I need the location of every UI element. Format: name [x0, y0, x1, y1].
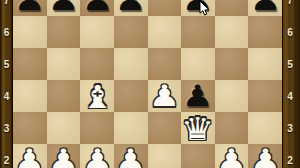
- square-h6[interactable]: [248, 16, 282, 48]
- white-pawn-glyph: ♟: [149, 79, 180, 114]
- square-f6[interactable]: [181, 16, 215, 48]
- white-pawn-glyph: ♟: [14, 143, 45, 168]
- white-pawn-glyph: ♟: [216, 143, 247, 168]
- white-pawn-d2[interactable]: ♟: [114, 144, 148, 168]
- square-g4[interactable]: [215, 80, 249, 112]
- rank-label-3-right: 3: [284, 124, 296, 134]
- white-bishop-c4[interactable]: ♝: [80, 80, 114, 112]
- rank-label-4-left: 4: [0, 92, 13, 102]
- white-pawn-h2[interactable]: ♟: [248, 144, 282, 168]
- mouse-arrow-cursor: [199, 1, 211, 17]
- square-g5[interactable]: [215, 48, 249, 80]
- white-pawn-glyph: ♟: [48, 143, 79, 168]
- square-b5[interactable]: [47, 48, 81, 80]
- square-e2[interactable]: [148, 144, 182, 168]
- black-pawn-glyph: ♟: [249, 0, 280, 17]
- black-pawn-d7[interactable]: ♟: [114, 0, 148, 16]
- square-d4[interactable]: [114, 80, 148, 112]
- white-pawn-e4[interactable]: ♟: [148, 80, 182, 112]
- black-pawn-c7[interactable]: ♟: [80, 0, 114, 16]
- square-d6[interactable]: [114, 16, 148, 48]
- black-pawn-glyph: ♟: [14, 0, 45, 17]
- square-f2[interactable]: [181, 144, 215, 168]
- white-pawn-g2[interactable]: ♟: [215, 144, 249, 168]
- square-g6[interactable]: [215, 16, 249, 48]
- black-pawn-glyph: ♟: [182, 79, 213, 114]
- square-h5[interactable]: [248, 48, 282, 80]
- square-g3[interactable]: [215, 112, 249, 144]
- rank-label-7-left: 7: [0, 0, 13, 6]
- board-border-left: 765432: [0, 0, 13, 168]
- rank-label-2-left: 2: [0, 156, 13, 166]
- rank-label-4-right: 4: [284, 92, 296, 102]
- rank-label-5-right: 5: [284, 60, 296, 70]
- square-b3[interactable]: [47, 112, 81, 144]
- black-pawn-f4[interactable]: ♟: [181, 80, 215, 112]
- square-e5[interactable]: [148, 48, 182, 80]
- white-queen-glyph: ♛: [181, 110, 215, 147]
- square-c6[interactable]: [80, 16, 114, 48]
- square-e7[interactable]: [148, 0, 182, 16]
- square-a4[interactable]: [13, 80, 47, 112]
- square-a6[interactable]: [13, 16, 47, 48]
- square-d3[interactable]: [114, 112, 148, 144]
- board-border-right: 765432: [282, 0, 300, 168]
- square-g7[interactable]: [215, 0, 249, 16]
- rank-label-6-right: 6: [284, 28, 296, 38]
- chess-board-screenshot: ♟♟♟♟♟♟♝♟♟♛♟♟♟♟♟♟ 765432 765432: [0, 0, 300, 168]
- square-f5[interactable]: [181, 48, 215, 80]
- rank-label-3-left: 3: [0, 124, 13, 134]
- square-d5[interactable]: [114, 48, 148, 80]
- square-b4[interactable]: [47, 80, 81, 112]
- square-c3[interactable]: [80, 112, 114, 144]
- black-pawn-glyph: ♟: [115, 0, 146, 17]
- black-pawn-glyph: ♟: [48, 0, 79, 17]
- square-b6[interactable]: [47, 16, 81, 48]
- square-e6[interactable]: [148, 16, 182, 48]
- white-queen-f3[interactable]: ♛: [181, 112, 215, 144]
- black-pawn-b7[interactable]: ♟: [47, 0, 81, 16]
- white-pawn-b2[interactable]: ♟: [47, 144, 81, 168]
- black-pawn-h7[interactable]: ♟: [248, 0, 282, 16]
- white-pawn-glyph: ♟: [115, 143, 146, 168]
- square-e3[interactable]: [148, 112, 182, 144]
- square-a3[interactable]: [13, 112, 47, 144]
- white-pawn-c2[interactable]: ♟: [80, 144, 114, 168]
- black-pawn-glyph: ♟: [81, 0, 112, 17]
- rank-label-5-left: 5: [0, 60, 13, 70]
- square-h4[interactable]: [248, 80, 282, 112]
- white-pawn-glyph: ♟: [81, 143, 112, 168]
- white-bishop-glyph: ♝: [80, 78, 114, 115]
- rank-label-7-right: 7: [284, 0, 296, 6]
- board-grid: ♟♟♟♟♟♟♝♟♟♛♟♟♟♟♟♟: [13, 0, 282, 168]
- rank-label-2-right: 2: [284, 156, 296, 166]
- white-pawn-glyph: ♟: [249, 143, 280, 168]
- square-h3[interactable]: [248, 112, 282, 144]
- square-a5[interactable]: [13, 48, 47, 80]
- rank-label-6-left: 6: [0, 28, 13, 38]
- white-pawn-a2[interactable]: ♟: [13, 144, 47, 168]
- square-c5[interactable]: [80, 48, 114, 80]
- black-pawn-a7[interactable]: ♟: [13, 0, 47, 16]
